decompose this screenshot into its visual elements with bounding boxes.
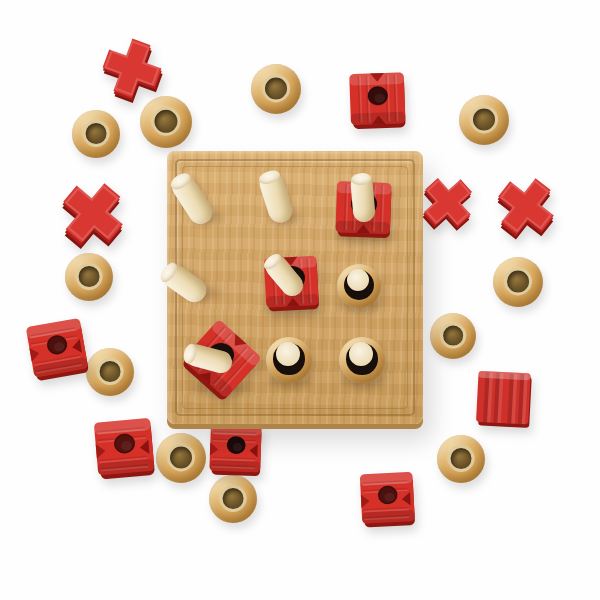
spare-o-ring-body: [140, 96, 192, 148]
spare-o-ring-hole: [76, 263, 103, 290]
spare-o-ring-body: [156, 433, 206, 483]
board-peg[interactable]: [350, 173, 376, 223]
spare-o-ring-hole: [97, 358, 124, 385]
spare-o-ring-body: [72, 110, 120, 158]
x-block-side-face: [476, 371, 534, 429]
spare-o-ring-hole: [440, 323, 466, 349]
spare-o-ring-body: [209, 475, 257, 523]
spare-o-ring-body: [459, 95, 509, 145]
x-block-face: [349, 72, 407, 130]
x-block-face: [29, 321, 87, 379]
spare-o-ring-hole: [262, 74, 290, 102]
x-block-face: [209, 423, 263, 477]
spare-o-ring-hole: [151, 107, 180, 136]
spare-o-ring-hole: [220, 485, 247, 512]
spare-o-ring-body: [65, 253, 113, 301]
spare-o-ring-hole: [83, 120, 110, 147]
peg-top: [349, 342, 373, 366]
spare-o-ring-body: [430, 313, 476, 359]
x-cross-face: [417, 171, 479, 233]
spare-o-ring-hole: [167, 443, 195, 471]
x-block-face: [95, 419, 155, 479]
x-cross-face: [491, 171, 561, 241]
photo-stage: [0, 0, 600, 600]
x-cross-face: [97, 33, 167, 103]
spare-o-ring-body: [86, 348, 134, 396]
spare-o-ring-hole: [448, 445, 475, 472]
spare-o-ring-hole: [470, 105, 498, 133]
spare-o-ring-body: [493, 257, 543, 307]
x-block-face: [360, 472, 416, 528]
peg-top: [276, 342, 300, 366]
spare-o-ring-hole: [504, 267, 532, 295]
spare-o-ring-body: [437, 435, 485, 483]
x-cross-face: [55, 175, 131, 251]
spare-o-ring-body: [251, 64, 301, 114]
